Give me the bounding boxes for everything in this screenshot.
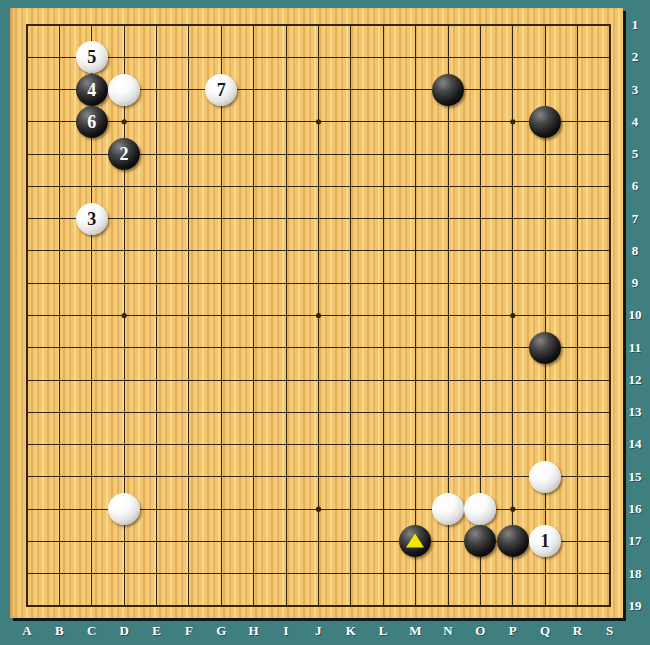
- row-label-3: 3: [624, 73, 646, 105]
- row-label-2: 2: [624, 41, 646, 73]
- stone-layer: 5476231: [11, 9, 626, 622]
- black-stone-Q11[interactable]: [529, 332, 561, 364]
- row-label-4: 4: [624, 106, 646, 138]
- white-stone-O16[interactable]: [464, 493, 496, 525]
- column-label-A: A: [11, 623, 43, 638]
- column-label-O: O: [464, 623, 496, 638]
- row-label-11: 11: [624, 332, 646, 364]
- row-label-12: 12: [624, 364, 646, 396]
- row-label-10: 10: [624, 299, 646, 331]
- column-label-F: F: [173, 623, 205, 638]
- column-label-B: B: [43, 623, 75, 638]
- move-number: 5: [87, 48, 96, 66]
- move-number: 1: [540, 532, 549, 550]
- black-stone-D5[interactable]: 2: [108, 138, 140, 170]
- column-label-R: R: [561, 623, 593, 638]
- move-number: 7: [217, 81, 226, 99]
- row-label-9: 9: [624, 267, 646, 299]
- column-label-S: S: [594, 623, 626, 638]
- row-label-16: 16: [624, 493, 646, 525]
- white-stone-Q15[interactable]: [529, 461, 561, 493]
- white-stone-Q17[interactable]: 1: [529, 525, 561, 557]
- row-label-14: 14: [624, 428, 646, 460]
- column-label-E: E: [140, 623, 172, 638]
- column-label-N: N: [432, 623, 464, 638]
- black-stone-M17[interactable]: [399, 525, 431, 557]
- column-label-C: C: [76, 623, 108, 638]
- white-stone-N16[interactable]: [432, 493, 464, 525]
- black-stone-N3[interactable]: [432, 74, 464, 106]
- white-stone-C7[interactable]: 3: [76, 203, 108, 235]
- column-label-D: D: [108, 623, 140, 638]
- column-label-P: P: [496, 623, 528, 638]
- row-label-7: 7: [624, 202, 646, 234]
- row-label-8: 8: [624, 235, 646, 267]
- column-label-J: J: [302, 623, 334, 638]
- black-stone-C4[interactable]: 6: [76, 106, 108, 138]
- triangle-marker-icon: [406, 534, 424, 548]
- black-stone-C3[interactable]: 4: [76, 74, 108, 106]
- column-label-I: I: [270, 623, 302, 638]
- row-label-17: 17: [624, 525, 646, 557]
- column-label-M: M: [399, 623, 431, 638]
- go-diagram-screen: 5476231 ABCDEFGHIJKLMNOPQRS 123456789101…: [0, 0, 650, 645]
- move-number: 4: [87, 81, 96, 99]
- go-board[interactable]: 5476231: [10, 8, 623, 618]
- white-stone-D3[interactable]: [108, 74, 140, 106]
- column-label-K: K: [335, 623, 367, 638]
- white-stone-C2[interactable]: 5: [76, 41, 108, 73]
- move-number: 6: [87, 113, 96, 131]
- row-label-18: 18: [624, 557, 646, 589]
- column-label-L: L: [367, 623, 399, 638]
- row-labels: 12345678910111213141516171819: [624, 9, 646, 622]
- column-label-H: H: [237, 623, 269, 638]
- column-label-G: G: [205, 623, 237, 638]
- move-number: 3: [87, 210, 96, 228]
- black-stone-P17[interactable]: [497, 525, 529, 557]
- move-number: 2: [120, 145, 129, 163]
- row-label-5: 5: [624, 138, 646, 170]
- row-label-6: 6: [624, 170, 646, 202]
- white-stone-G3[interactable]: 7: [205, 74, 237, 106]
- row-label-13: 13: [624, 396, 646, 428]
- white-stone-D16[interactable]: [108, 493, 140, 525]
- row-label-1: 1: [624, 9, 646, 41]
- row-label-15: 15: [624, 461, 646, 493]
- column-label-Q: Q: [529, 623, 561, 638]
- black-stone-Q4[interactable]: [529, 106, 561, 138]
- row-label-19: 19: [624, 590, 646, 622]
- black-stone-O17[interactable]: [464, 525, 496, 557]
- column-labels: ABCDEFGHIJKLMNOPQRS: [11, 623, 626, 638]
